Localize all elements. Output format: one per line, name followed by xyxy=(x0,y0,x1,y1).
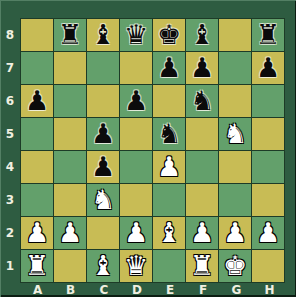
black-pawn-piece: ♟ xyxy=(25,87,49,114)
square-h5[interactable] xyxy=(252,118,284,150)
square-d2[interactable]: ♟ xyxy=(120,217,152,249)
square-f5[interactable] xyxy=(186,118,218,150)
black-bishop-piece: ♝ xyxy=(190,21,214,48)
square-d1[interactable]: ♛ xyxy=(120,250,152,282)
square-f8[interactable]: ♝ xyxy=(186,19,218,51)
rank-label-4: 4 xyxy=(0,151,20,184)
white-bishop-piece: ♝ xyxy=(91,252,115,279)
square-c1[interactable]: ♝ xyxy=(87,250,119,282)
chess-board[interactable]: ♜♝♛♚♝♜♟♟♟♟♟♞♟♞♞♟♟♞♟♟♟♝♟♟♟♜♝♛♜♚ xyxy=(20,18,285,283)
square-a5[interactable] xyxy=(21,118,53,150)
file-label-e: E xyxy=(154,283,187,297)
rank-label-8: 8 xyxy=(0,18,20,51)
square-g7[interactable] xyxy=(219,52,251,84)
square-a6[interactable]: ♟ xyxy=(21,85,53,117)
black-queen-piece: ♛ xyxy=(124,21,148,48)
black-rook-piece: ♜ xyxy=(256,21,280,48)
square-f4[interactable] xyxy=(186,151,218,183)
black-pawn-piece: ♟ xyxy=(256,54,280,81)
file-label-g: G xyxy=(220,283,253,297)
file-label-c: C xyxy=(87,283,120,297)
chess-app-window: 87654321 ♜♝♛♚♝♜♟♟♟♟♟♞♟♞♞♟♟♞♟♟♟♝♟♟♟♜♝♛♜♚ … xyxy=(0,0,296,297)
square-a1[interactable]: ♜ xyxy=(21,250,53,282)
white-pawn-piece: ♟ xyxy=(58,219,82,246)
square-e8[interactable]: ♚ xyxy=(153,19,185,51)
square-b2[interactable]: ♟ xyxy=(54,217,86,249)
white-rook-piece: ♜ xyxy=(25,252,49,279)
square-f1[interactable]: ♜ xyxy=(186,250,218,282)
file-labels: ABCDEFGH xyxy=(21,283,286,297)
square-b8[interactable]: ♜ xyxy=(54,19,86,51)
square-g6[interactable] xyxy=(219,85,251,117)
square-c4[interactable]: ♟ xyxy=(87,151,119,183)
square-c7[interactable] xyxy=(87,52,119,84)
square-d8[interactable]: ♛ xyxy=(120,19,152,51)
square-d5[interactable] xyxy=(120,118,152,150)
file-label-f: F xyxy=(187,283,220,297)
black-knight-piece: ♞ xyxy=(157,120,181,147)
square-f7[interactable]: ♟ xyxy=(186,52,218,84)
white-king-piece: ♚ xyxy=(223,252,247,279)
square-b5[interactable] xyxy=(54,118,86,150)
white-pawn-piece: ♟ xyxy=(190,219,214,246)
square-h7[interactable]: ♟ xyxy=(252,52,284,84)
file-label-b: B xyxy=(54,283,87,297)
white-rook-piece: ♜ xyxy=(190,252,214,279)
square-g4[interactable] xyxy=(219,151,251,183)
square-b6[interactable] xyxy=(54,85,86,117)
square-e3[interactable] xyxy=(153,184,185,216)
white-pawn-piece: ♟ xyxy=(25,219,49,246)
rank-label-6: 6 xyxy=(0,84,20,117)
square-h8[interactable]: ♜ xyxy=(252,19,284,51)
square-g1[interactable]: ♚ xyxy=(219,250,251,282)
square-h1[interactable] xyxy=(252,250,284,282)
square-h6[interactable] xyxy=(252,85,284,117)
rank-label-1: 1 xyxy=(0,250,20,283)
square-e7[interactable]: ♟ xyxy=(153,52,185,84)
file-label-d: D xyxy=(120,283,153,297)
rank-label-5: 5 xyxy=(0,117,20,150)
white-pawn-piece: ♟ xyxy=(256,219,280,246)
square-b1[interactable] xyxy=(54,250,86,282)
rank-label-3: 3 xyxy=(0,184,20,217)
square-b3[interactable] xyxy=(54,184,86,216)
square-g8[interactable] xyxy=(219,19,251,51)
square-g2[interactable]: ♟ xyxy=(219,217,251,249)
square-e2[interactable]: ♝ xyxy=(153,217,185,249)
square-f6[interactable]: ♞ xyxy=(186,85,218,117)
square-d6[interactable]: ♟ xyxy=(120,85,152,117)
white-bishop-piece: ♝ xyxy=(157,219,181,246)
square-e1[interactable] xyxy=(153,250,185,282)
black-pawn-piece: ♟ xyxy=(91,153,115,180)
square-c6[interactable] xyxy=(87,85,119,117)
square-e5[interactable]: ♞ xyxy=(153,118,185,150)
square-f3[interactable] xyxy=(186,184,218,216)
square-h3[interactable] xyxy=(252,184,284,216)
square-a2[interactable]: ♟ xyxy=(21,217,53,249)
white-pawn-piece: ♟ xyxy=(157,153,181,180)
white-pawn-piece: ♟ xyxy=(124,219,148,246)
file-label-a: A xyxy=(21,283,54,297)
black-bishop-piece: ♝ xyxy=(91,21,115,48)
square-h4[interactable] xyxy=(252,151,284,183)
black-king-piece: ♚ xyxy=(157,21,181,48)
black-pawn-piece: ♟ xyxy=(190,54,214,81)
square-a7[interactable] xyxy=(21,52,53,84)
square-e4[interactable]: ♟ xyxy=(153,151,185,183)
rank-label-2: 2 xyxy=(0,217,20,250)
square-g5[interactable]: ♞ xyxy=(219,118,251,150)
square-d7[interactable] xyxy=(120,52,152,84)
square-h2[interactable]: ♟ xyxy=(252,217,284,249)
file-label-h: H xyxy=(253,283,286,297)
black-pawn-piece: ♟ xyxy=(157,54,181,81)
black-rook-piece: ♜ xyxy=(58,21,82,48)
square-a3[interactable] xyxy=(21,184,53,216)
rank-label-7: 7 xyxy=(0,51,20,84)
square-d4[interactable] xyxy=(120,151,152,183)
square-c5[interactable]: ♟ xyxy=(87,118,119,150)
white-pawn-piece: ♟ xyxy=(223,219,247,246)
rank-labels: 87654321 xyxy=(0,18,20,283)
square-b4[interactable] xyxy=(54,151,86,183)
black-pawn-piece: ♟ xyxy=(91,120,115,147)
black-knight-piece: ♞ xyxy=(190,87,214,114)
square-a8[interactable] xyxy=(21,19,53,51)
square-c3[interactable]: ♞ xyxy=(87,184,119,216)
square-a4[interactable] xyxy=(21,151,53,183)
white-knight-piece: ♞ xyxy=(223,120,247,147)
square-g3[interactable] xyxy=(219,184,251,216)
square-d3[interactable] xyxy=(120,184,152,216)
white-knight-piece: ♞ xyxy=(91,186,115,213)
black-pawn-piece: ♟ xyxy=(124,87,148,114)
square-f2[interactable]: ♟ xyxy=(186,217,218,249)
white-queen-piece: ♛ xyxy=(124,252,148,279)
square-e6[interactable] xyxy=(153,85,185,117)
square-c2[interactable] xyxy=(87,217,119,249)
square-b7[interactable] xyxy=(54,52,86,84)
square-c8[interactable]: ♝ xyxy=(87,19,119,51)
